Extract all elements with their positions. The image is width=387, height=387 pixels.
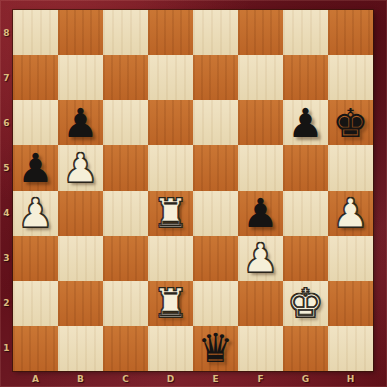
square-c4[interactable]: [103, 191, 148, 236]
square-d1[interactable]: [148, 326, 193, 371]
square-c6[interactable]: [103, 100, 148, 145]
black-pawn: ♟: [288, 103, 324, 143]
black-king: ♚: [333, 103, 369, 143]
square-f6[interactable]: [238, 100, 283, 145]
file-label-g: G: [283, 371, 328, 387]
square-a3[interactable]: [13, 236, 58, 281]
rank-labels: 87654321: [0, 10, 13, 371]
white-rook: ♜: [153, 193, 189, 233]
square-d7[interactable]: [148, 55, 193, 100]
square-b8[interactable]: [58, 10, 103, 55]
white-pawn: ♟: [63, 148, 99, 188]
square-b6[interactable]: ♟: [58, 100, 103, 145]
square-h4[interactable]: ♟: [328, 191, 373, 236]
square-g8[interactable]: [283, 10, 328, 55]
square-g7[interactable]: [283, 55, 328, 100]
square-a7[interactable]: [13, 55, 58, 100]
square-d4[interactable]: ♜: [148, 191, 193, 236]
square-d3[interactable]: [148, 236, 193, 281]
file-label-a: A: [13, 371, 58, 387]
rank-label-8: 8: [0, 10, 13, 55]
square-g4[interactable]: [283, 191, 328, 236]
white-rook: ♜: [153, 283, 189, 323]
square-h8[interactable]: [328, 10, 373, 55]
file-label-h: H: [328, 371, 373, 387]
square-f5[interactable]: [238, 145, 283, 190]
square-e2[interactable]: [193, 281, 238, 326]
black-queen: ♛: [198, 328, 234, 368]
square-f4[interactable]: ♟: [238, 191, 283, 236]
square-c8[interactable]: [103, 10, 148, 55]
file-label-e: E: [193, 371, 238, 387]
square-b3[interactable]: [58, 236, 103, 281]
square-e7[interactable]: [193, 55, 238, 100]
square-h6[interactable]: ♚: [328, 100, 373, 145]
square-h3[interactable]: [328, 236, 373, 281]
square-c3[interactable]: [103, 236, 148, 281]
rank-label-7: 7: [0, 55, 13, 100]
white-pawn: ♟: [243, 238, 279, 278]
square-d6[interactable]: [148, 100, 193, 145]
square-b7[interactable]: [58, 55, 103, 100]
square-g6[interactable]: ♟: [283, 100, 328, 145]
rank-label-2: 2: [0, 281, 13, 326]
square-g2[interactable]: ♚: [283, 281, 328, 326]
white-king: ♚: [288, 283, 324, 323]
square-f2[interactable]: [238, 281, 283, 326]
square-h5[interactable]: [328, 145, 373, 190]
square-f7[interactable]: [238, 55, 283, 100]
rank-label-5: 5: [0, 145, 13, 190]
file-label-d: D: [148, 371, 193, 387]
square-a4[interactable]: ♟: [13, 191, 58, 236]
chess-board: ♟♟♚♟♟♟♜♟♟♟♜♚♛: [13, 10, 373, 371]
square-b5[interactable]: ♟: [58, 145, 103, 190]
file-label-b: B: [58, 371, 103, 387]
square-b1[interactable]: [58, 326, 103, 371]
square-c1[interactable]: [103, 326, 148, 371]
black-pawn: ♟: [63, 103, 99, 143]
square-h2[interactable]: [328, 281, 373, 326]
square-g1[interactable]: [283, 326, 328, 371]
square-a8[interactable]: [13, 10, 58, 55]
square-g3[interactable]: [283, 236, 328, 281]
square-e4[interactable]: [193, 191, 238, 236]
square-e1[interactable]: ♛: [193, 326, 238, 371]
rank-label-1: 1: [0, 326, 13, 371]
square-a2[interactable]: [13, 281, 58, 326]
rank-label-6: 6: [0, 100, 13, 145]
file-label-f: F: [238, 371, 283, 387]
square-f8[interactable]: [238, 10, 283, 55]
square-g5[interactable]: [283, 145, 328, 190]
square-e6[interactable]: [193, 100, 238, 145]
square-f1[interactable]: [238, 326, 283, 371]
square-c2[interactable]: [103, 281, 148, 326]
file-label-c: C: [103, 371, 148, 387]
rank-label-3: 3: [0, 236, 13, 281]
square-a1[interactable]: [13, 326, 58, 371]
square-c7[interactable]: [103, 55, 148, 100]
square-e3[interactable]: [193, 236, 238, 281]
square-e5[interactable]: [193, 145, 238, 190]
square-a6[interactable]: [13, 100, 58, 145]
black-pawn: ♟: [18, 148, 54, 188]
square-e8[interactable]: [193, 10, 238, 55]
square-f3[interactable]: ♟: [238, 236, 283, 281]
square-h1[interactable]: [328, 326, 373, 371]
black-pawn: ♟: [243, 193, 279, 233]
square-b4[interactable]: [58, 191, 103, 236]
square-d5[interactable]: [148, 145, 193, 190]
white-pawn: ♟: [333, 193, 369, 233]
white-pawn: ♟: [18, 193, 54, 233]
square-d8[interactable]: [148, 10, 193, 55]
square-c5[interactable]: [103, 145, 148, 190]
square-b2[interactable]: [58, 281, 103, 326]
square-d2[interactable]: ♜: [148, 281, 193, 326]
square-h7[interactable]: [328, 55, 373, 100]
rank-label-4: 4: [0, 191, 13, 236]
chess-board-frame: ♟♟♚♟♟♟♜♟♟♟♜♚♛ 87654321 ABCDEFGH: [0, 0, 387, 387]
square-a5[interactable]: ♟: [13, 145, 58, 190]
file-labels: ABCDEFGH: [13, 371, 373, 387]
